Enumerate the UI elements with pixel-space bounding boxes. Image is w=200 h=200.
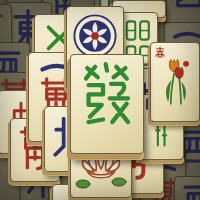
dot-medallion-glyph (72, 13, 118, 59)
west-glyph (181, 181, 200, 200)
tulips-glyph (158, 51, 192, 109)
bg-tile-west-corner (174, 176, 200, 200)
spring-seal-icon (155, 46, 165, 58)
mahjong-board (0, 0, 200, 200)
tile-flower-tulip-spring[interactable] (150, 42, 200, 122)
four-glyph (173, 0, 200, 19)
tile-green-dragon-fa[interactable] (70, 54, 144, 154)
fa-glyph (78, 61, 136, 141)
